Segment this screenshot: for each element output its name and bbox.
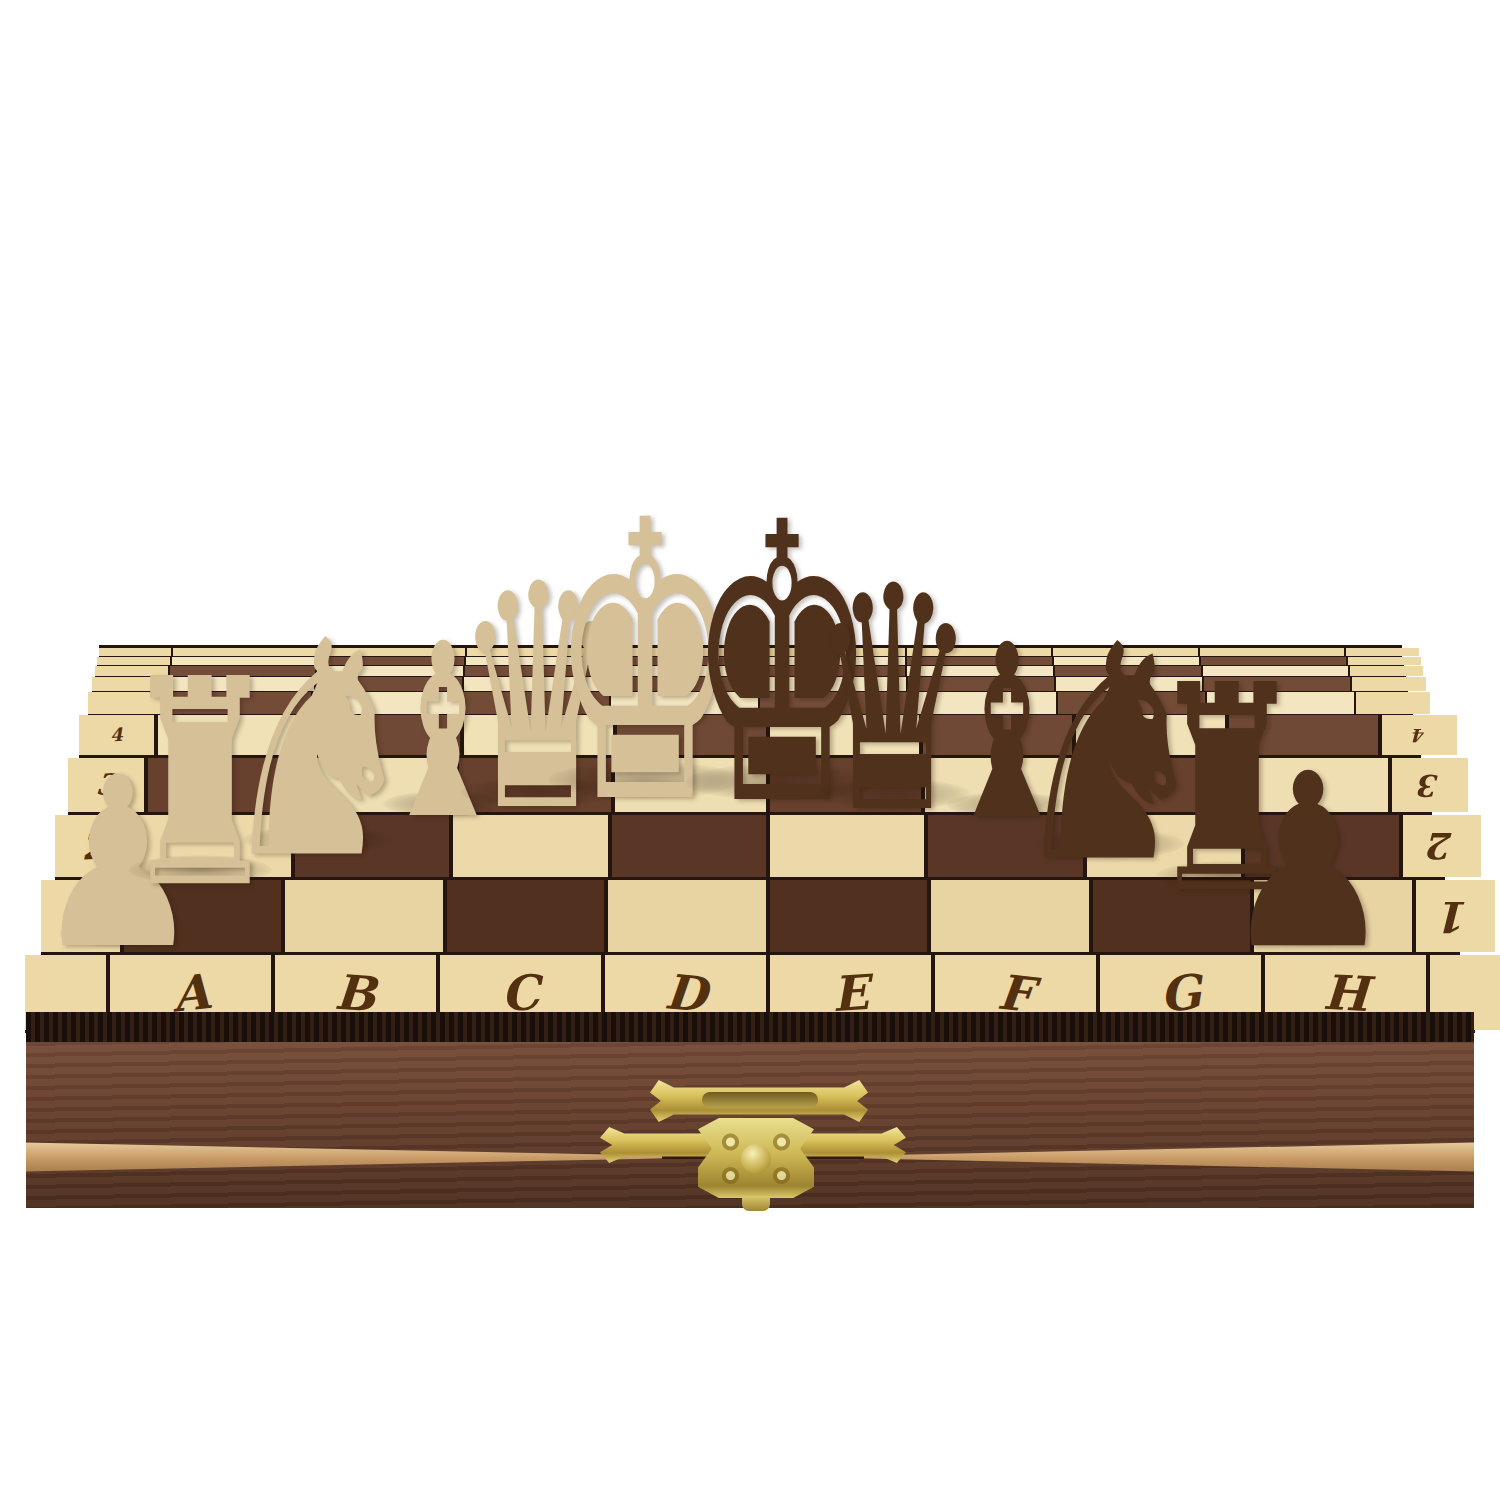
rank-label-right-1: 1 bbox=[1441, 895, 1470, 937]
file-label-e: E bbox=[830, 967, 870, 1017]
rank-label-right-5 bbox=[1356, 692, 1430, 714]
rank-label-right-8 bbox=[1348, 657, 1421, 665]
clasp-round-knob bbox=[741, 1144, 771, 1174]
square-e1[interactable] bbox=[770, 880, 928, 952]
piece-black-pawn[interactable]: ♟ bbox=[1200, 742, 1415, 982]
rank-label-right-7 bbox=[1350, 666, 1423, 676]
file-label-b: B bbox=[334, 967, 378, 1018]
file-label-d: D bbox=[663, 967, 709, 1018]
rank-label-right-2: 2 bbox=[1429, 828, 1454, 864]
chess-set-photo: 44332211ABCDEFGH ♟♜♞♝♛♚♚♛♝♞♜♟ bbox=[0, 0, 1500, 1500]
file-label-f: F bbox=[996, 967, 1035, 1018]
rank-label-right-3: 3 bbox=[1419, 770, 1440, 800]
square-d1[interactable] bbox=[608, 880, 766, 952]
rank-label-right-6 bbox=[1352, 677, 1426, 691]
board-front-edge bbox=[26, 1012, 1474, 1042]
clasp-latch-tab bbox=[742, 1196, 770, 1211]
file-label-g: G bbox=[1158, 967, 1203, 1018]
rank-label-right-1: 1 bbox=[1416, 880, 1495, 952]
black-pawn-glyph: ♟ bbox=[1222, 742, 1394, 982]
square-c1[interactable] bbox=[447, 880, 605, 952]
file-label-c: C bbox=[500, 968, 541, 1018]
clasp-slot bbox=[702, 1092, 818, 1108]
board-corner-cell bbox=[1346, 648, 1419, 656]
